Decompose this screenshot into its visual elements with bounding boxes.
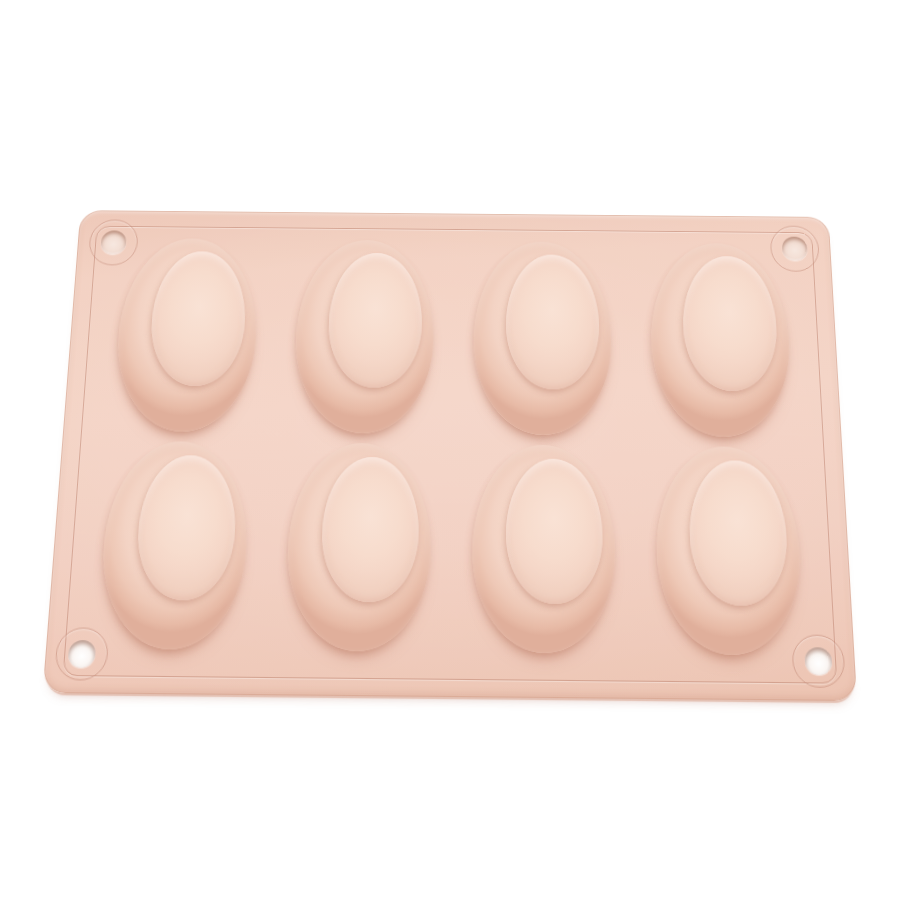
egg-cavity-5 xyxy=(96,441,250,650)
cavity-cell xyxy=(460,444,627,654)
cavity-cell xyxy=(462,241,623,436)
cavity-cell xyxy=(643,446,815,656)
egg-cavity-6 xyxy=(284,442,432,652)
hang-hole-bottom-right xyxy=(804,647,832,675)
silicone-mold xyxy=(43,210,858,701)
egg-cavity-7 xyxy=(471,444,616,654)
hang-hole-bottom-left xyxy=(67,640,96,668)
corner-tab-bottom-left xyxy=(54,627,110,680)
egg-cavity-3 xyxy=(473,241,613,436)
cavity-cell xyxy=(273,442,442,652)
cavity-cell xyxy=(638,243,803,438)
hang-hole-top-right xyxy=(782,237,808,261)
egg-cavity-4 xyxy=(648,243,793,438)
hang-hole-top-left xyxy=(100,230,127,254)
cavity-cell xyxy=(101,238,270,433)
egg-cavity-8 xyxy=(654,446,805,656)
cavity-cell xyxy=(281,239,444,434)
egg-cavity-2 xyxy=(292,239,434,434)
cavity-cell xyxy=(85,441,261,651)
cavity-grid xyxy=(85,238,815,656)
egg-cavity-1 xyxy=(111,238,259,432)
corner-tab-bottom-right xyxy=(791,634,846,688)
photo-background xyxy=(0,0,900,900)
